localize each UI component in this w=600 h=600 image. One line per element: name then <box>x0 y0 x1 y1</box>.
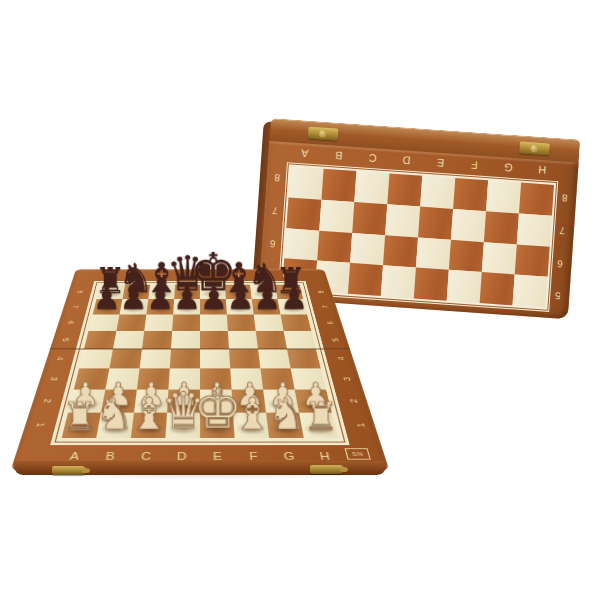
box-square <box>418 206 453 239</box>
box-square <box>453 178 488 211</box>
rank-label: 5 <box>318 333 351 348</box>
maker-stamp: SN <box>345 448 372 460</box>
white-knight-glyph: ♞ <box>266 392 305 436</box>
box-square <box>519 183 554 216</box>
clasp-icon <box>52 466 86 475</box>
box-square <box>414 268 449 301</box>
box-square <box>486 180 521 213</box>
box-square <box>387 173 422 206</box>
rank-label: 7 <box>310 300 340 313</box>
box-square <box>515 244 550 277</box>
product-photo: ABCDEFGH 8765 8765 ABCDEFGH ABCDEFGH 876… <box>0 0 600 600</box>
rank-label: 5 <box>49 333 82 348</box>
box-square <box>447 270 482 303</box>
box-file-label: H <box>524 159 559 181</box>
hinge-icon <box>308 127 339 141</box>
rank-label: 6 <box>55 316 86 330</box>
box-square <box>517 213 552 246</box>
box-rank-label: 7 <box>554 214 571 248</box>
piece-white-rook: ♜ <box>299 413 338 438</box>
rank-label: 8 <box>65 286 94 298</box>
rank-label: 8 <box>306 286 335 298</box>
box-square <box>321 169 356 202</box>
box-file-label: E <box>423 152 458 174</box>
rank-label: 1 <box>20 415 60 436</box>
box-file-label: G <box>490 156 525 178</box>
piece-white-king: ♚ <box>200 413 235 438</box>
white-rook-glyph: ♜ <box>62 397 97 436</box>
box-rank-label: 5 <box>549 279 566 313</box>
box-square <box>482 242 517 275</box>
box-file-label: A <box>287 142 322 164</box>
box-square <box>289 166 324 199</box>
open-chess-board: ABCDEFGH ABCDEFGH 87654321 87654321 SN ♜… <box>10 269 389 471</box>
hinge-icon <box>519 141 550 155</box>
box-square <box>480 272 515 305</box>
box-square <box>449 239 484 272</box>
piece-white-bishop: ♝ <box>233 413 269 438</box>
open-chess-board-scene: ABCDEFGH ABCDEFGH 87654321 87654321 SN ♜… <box>50 199 350 499</box>
white-knight-glyph: ♞ <box>94 392 133 436</box>
box-file-label: C <box>355 147 390 169</box>
white-bishop-glyph: ♝ <box>232 392 271 436</box>
box-square <box>416 237 451 270</box>
rank-label: 6 <box>314 316 345 330</box>
rank-label: 1 <box>340 415 380 436</box>
box-rank-label: 8 <box>269 161 286 195</box>
piece-white-knight: ♞ <box>266 413 304 438</box>
board-front-edge <box>14 461 386 475</box>
box-file-label: B <box>321 145 356 167</box>
box-file-label: F <box>457 154 492 176</box>
box-rank-label: 6 <box>551 247 568 281</box>
box-square <box>350 232 385 265</box>
box-file-label: D <box>389 149 424 171</box>
box-square <box>451 209 486 242</box>
white-rook-glyph: ♜ <box>303 397 338 436</box>
box-rank-label: 8 <box>556 181 573 215</box>
box-square <box>381 265 416 298</box>
box-square <box>420 176 455 209</box>
box-square <box>354 171 389 204</box>
box-square <box>352 202 387 235</box>
box-square <box>348 263 383 296</box>
box-square <box>385 204 420 237</box>
box-square <box>513 275 548 308</box>
rank-label: 7 <box>60 300 90 313</box>
box-square <box>484 211 519 244</box>
box-square <box>383 235 418 268</box>
clasp-icon <box>310 465 344 474</box>
